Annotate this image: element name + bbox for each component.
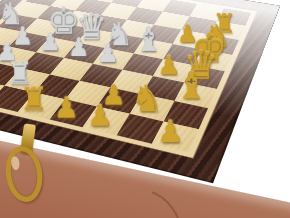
board-scene: ♜♟♞♞♚♛♞♝♚♟♟♟♟♟♟♛♟♝♜♟♞♜♟♟♟ (0, 0, 290, 218)
photo-frame: ♜♟♞♞♚♛♞♝♚♟♟♟♟♟♟♛♟♝♜♟♞♜♟♟♟ (0, 0, 290, 218)
chess-board: ♜♟♞♞♚♛♞♝♚♟♟♟♟♟♟♛♟♝♜♟♞♜♟♟♟ (0, 0, 280, 183)
